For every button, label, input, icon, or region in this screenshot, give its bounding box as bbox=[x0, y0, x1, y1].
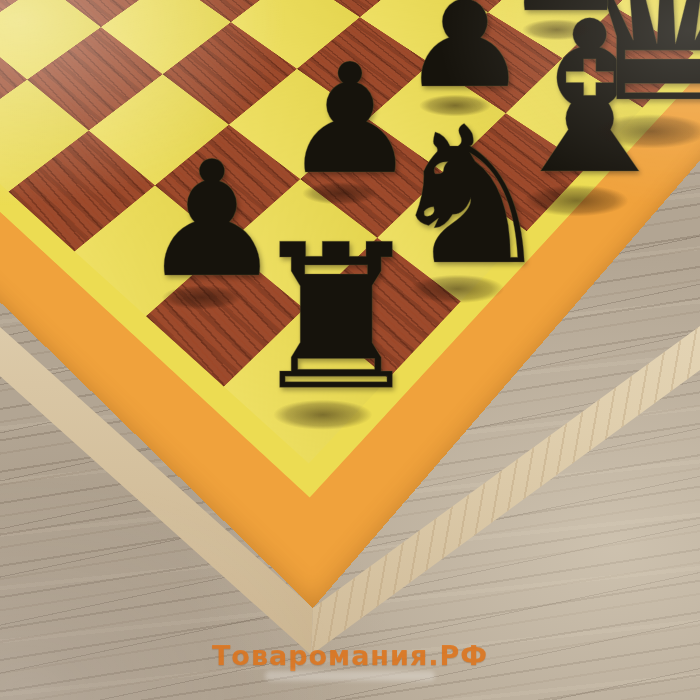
watermark-text: Товаромания.РФ bbox=[212, 640, 488, 671]
chess-board bbox=[0, 0, 700, 608]
checkerboard bbox=[0, 0, 700, 463]
watermark-subtext-blur bbox=[265, 671, 435, 681]
board-perspective-scene bbox=[0, 0, 700, 700]
board-margin bbox=[0, 0, 700, 497]
